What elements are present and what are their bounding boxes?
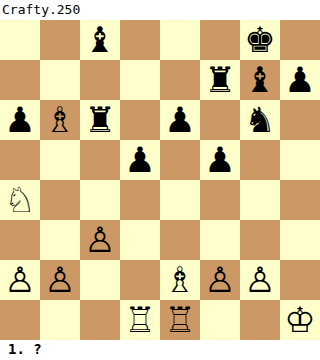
- square-b2[interactable]: ♙: [40, 260, 80, 300]
- square-a2[interactable]: ♙: [0, 260, 40, 300]
- square-e6[interactable]: ♟: [160, 100, 200, 140]
- black-bishop[interactable]: ♝: [244, 60, 275, 100]
- black-pawn[interactable]: ♟: [204, 140, 235, 180]
- crafty-window: Crafty.250 ♝♚♜♝♟♟♗♜♟♞♟♟♘♙♙♙♗♙♙♖♖♔ 1. ?: [0, 0, 320, 360]
- square-e1[interactable]: ♖: [160, 300, 200, 340]
- white-bishop[interactable]: ♗: [44, 100, 75, 140]
- square-c6[interactable]: ♜: [80, 100, 120, 140]
- white-king[interactable]: ♔: [284, 300, 315, 340]
- square-a8[interactable]: [0, 20, 40, 60]
- black-rook[interactable]: ♜: [84, 100, 115, 140]
- square-f4[interactable]: [200, 180, 240, 220]
- white-pawn[interactable]: ♙: [44, 260, 75, 300]
- black-bishop[interactable]: ♝: [84, 20, 115, 60]
- square-b8[interactable]: [40, 20, 80, 60]
- square-b6[interactable]: ♗: [40, 100, 80, 140]
- chess-board: ♝♚♜♝♟♟♗♜♟♞♟♟♘♙♙♙♗♙♙♖♖♔: [0, 20, 320, 340]
- black-pawn[interactable]: ♟: [284, 60, 315, 100]
- square-g3[interactable]: [240, 220, 280, 260]
- square-g5[interactable]: [240, 140, 280, 180]
- square-c3[interactable]: ♙: [80, 220, 120, 260]
- square-a1[interactable]: [0, 300, 40, 340]
- square-h1[interactable]: ♔: [280, 300, 320, 340]
- white-knight[interactable]: ♘: [4, 180, 35, 220]
- square-d5[interactable]: ♟: [120, 140, 160, 180]
- square-e3[interactable]: [160, 220, 200, 260]
- square-f2[interactable]: ♙: [200, 260, 240, 300]
- square-a7[interactable]: [0, 60, 40, 100]
- square-f6[interactable]: [200, 100, 240, 140]
- square-h5[interactable]: [280, 140, 320, 180]
- square-c2[interactable]: [80, 260, 120, 300]
- square-f1[interactable]: [200, 300, 240, 340]
- white-rook[interactable]: ♖: [124, 300, 155, 340]
- square-g2[interactable]: ♙: [240, 260, 280, 300]
- square-e5[interactable]: [160, 140, 200, 180]
- square-e7[interactable]: [160, 60, 200, 100]
- square-d4[interactable]: [120, 180, 160, 220]
- black-pawn[interactable]: ♟: [164, 100, 195, 140]
- square-f3[interactable]: [200, 220, 240, 260]
- square-g4[interactable]: [240, 180, 280, 220]
- square-a4[interactable]: ♘: [0, 180, 40, 220]
- square-a3[interactable]: [0, 220, 40, 260]
- square-a5[interactable]: [0, 140, 40, 180]
- white-pawn[interactable]: ♙: [4, 260, 35, 300]
- square-g7[interactable]: ♝: [240, 60, 280, 100]
- square-g1[interactable]: [240, 300, 280, 340]
- square-a6[interactable]: ♟: [0, 100, 40, 140]
- engine-title: Crafty.250: [0, 0, 320, 20]
- black-pawn[interactable]: ♟: [4, 100, 35, 140]
- move-prompt: 1. ?: [0, 340, 320, 360]
- square-d8[interactable]: [120, 20, 160, 60]
- square-b4[interactable]: [40, 180, 80, 220]
- square-h8[interactable]: [280, 20, 320, 60]
- white-pawn[interactable]: ♙: [84, 220, 115, 260]
- square-d7[interactable]: [120, 60, 160, 100]
- white-pawn[interactable]: ♙: [204, 260, 235, 300]
- square-g8[interactable]: ♚: [240, 20, 280, 60]
- square-f5[interactable]: ♟: [200, 140, 240, 180]
- square-g6[interactable]: ♞: [240, 100, 280, 140]
- square-h4[interactable]: [280, 180, 320, 220]
- square-c4[interactable]: [80, 180, 120, 220]
- square-b3[interactable]: [40, 220, 80, 260]
- black-pawn[interactable]: ♟: [124, 140, 155, 180]
- square-c1[interactable]: [80, 300, 120, 340]
- square-b7[interactable]: [40, 60, 80, 100]
- square-c8[interactable]: ♝: [80, 20, 120, 60]
- square-h3[interactable]: [280, 220, 320, 260]
- square-c5[interactable]: [80, 140, 120, 180]
- square-e2[interactable]: ♗: [160, 260, 200, 300]
- white-pawn[interactable]: ♙: [244, 260, 275, 300]
- black-rook[interactable]: ♜: [204, 60, 235, 100]
- square-e4[interactable]: [160, 180, 200, 220]
- square-e8[interactable]: [160, 20, 200, 60]
- square-d1[interactable]: ♖: [120, 300, 160, 340]
- square-f7[interactable]: ♜: [200, 60, 240, 100]
- square-f8[interactable]: [200, 20, 240, 60]
- square-h6[interactable]: [280, 100, 320, 140]
- square-h2[interactable]: [280, 260, 320, 300]
- square-h7[interactable]: ♟: [280, 60, 320, 100]
- white-bishop[interactable]: ♗: [164, 260, 195, 300]
- square-c7[interactable]: [80, 60, 120, 100]
- square-d6[interactable]: [120, 100, 160, 140]
- square-b5[interactable]: [40, 140, 80, 180]
- black-knight[interactable]: ♞: [244, 100, 275, 140]
- square-d2[interactable]: [120, 260, 160, 300]
- square-d3[interactable]: [120, 220, 160, 260]
- black-king[interactable]: ♚: [244, 20, 275, 60]
- square-b1[interactable]: [40, 300, 80, 340]
- white-rook[interactable]: ♖: [164, 300, 195, 340]
